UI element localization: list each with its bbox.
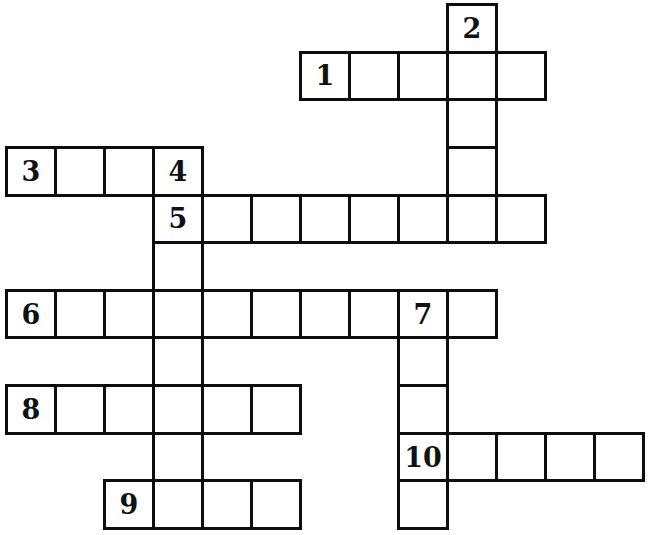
crossword-cell[interactable] [250, 384, 302, 435]
clue-number: 6 [22, 301, 41, 328]
crossword-board: 21345678109 [0, 0, 650, 535]
crossword-cell[interactable]: 7 [397, 289, 449, 340]
crossword-cell[interactable] [495, 51, 547, 102]
crossword-cell[interactable] [446, 51, 498, 102]
crossword-cell[interactable]: 9 [103, 479, 155, 530]
crossword-cell[interactable] [397, 51, 449, 102]
crossword-cell[interactable] [348, 194, 400, 245]
crossword-cell[interactable] [446, 289, 498, 340]
crossword-cell[interactable] [103, 289, 155, 340]
crossword-cell[interactable] [397, 194, 449, 245]
clue-number: 8 [22, 396, 41, 423]
crossword-cell[interactable] [152, 384, 204, 435]
crossword-cell[interactable] [397, 479, 449, 530]
crossword-cell[interactable] [544, 432, 596, 483]
clue-number: 3 [22, 158, 41, 185]
clue-number: 2 [463, 15, 482, 42]
crossword-cell[interactable]: 3 [5, 146, 57, 197]
crossword-cell[interactable]: 4 [152, 146, 204, 197]
crossword-cell[interactable]: 1 [299, 51, 351, 102]
crossword-cell[interactable] [152, 241, 204, 292]
crossword-cell[interactable] [446, 194, 498, 245]
crossword-cell[interactable] [54, 384, 106, 435]
crossword-cell[interactable] [250, 289, 302, 340]
crossword-cell[interactable]: 8 [5, 384, 57, 435]
crossword-cell[interactable]: 5 [152, 194, 204, 245]
crossword-cell[interactable] [54, 289, 106, 340]
crossword-cell[interactable] [201, 384, 253, 435]
crossword-cell[interactable] [201, 479, 253, 530]
crossword-cell[interactable]: 6 [5, 289, 57, 340]
crossword-cell[interactable] [152, 479, 204, 530]
crossword-cell[interactable] [446, 146, 498, 197]
crossword-cell[interactable] [152, 432, 204, 483]
crossword-cell[interactable] [495, 432, 547, 483]
crossword-cell[interactable] [299, 194, 351, 245]
clue-number: 4 [169, 158, 188, 185]
clue-number: 7 [414, 301, 433, 328]
crossword-cell[interactable] [397, 384, 449, 435]
crossword-cell[interactable] [348, 289, 400, 340]
clue-number: 9 [120, 491, 139, 518]
crossword-cell[interactable] [103, 146, 155, 197]
crossword-cell[interactable]: 10 [397, 432, 449, 483]
crossword-cell[interactable]: 2 [446, 3, 498, 54]
crossword-cell[interactable] [152, 289, 204, 340]
crossword-cell[interactable] [103, 384, 155, 435]
crossword-cell[interactable] [446, 98, 498, 149]
crossword-puzzle-page: 21345678109 [0, 0, 650, 535]
crossword-cell[interactable] [397, 336, 449, 387]
crossword-cell[interactable] [201, 289, 253, 340]
crossword-cell[interactable] [446, 432, 498, 483]
crossword-cell[interactable] [250, 479, 302, 530]
clue-number: 10 [404, 444, 442, 471]
crossword-cell[interactable] [593, 432, 645, 483]
crossword-cell[interactable] [250, 194, 302, 245]
clue-number: 5 [169, 205, 188, 232]
crossword-cell[interactable] [299, 289, 351, 340]
crossword-cell[interactable] [495, 194, 547, 245]
crossword-cell[interactable] [348, 51, 400, 102]
crossword-cell[interactable] [54, 146, 106, 197]
crossword-cell[interactable] [152, 336, 204, 387]
clue-number: 1 [316, 62, 335, 89]
crossword-cell[interactable] [201, 194, 253, 245]
